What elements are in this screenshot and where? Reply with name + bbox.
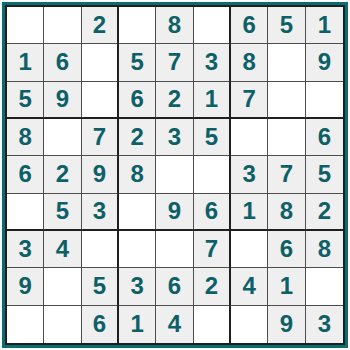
cell-r7c6[interactable]: 7 [194,231,231,268]
cell-r6c9[interactable]: 2 [306,194,343,231]
cell-r1c1[interactable] [7,7,44,44]
cell-r7c8[interactable]: 6 [268,231,305,268]
cell-r5c1[interactable]: 6 [7,156,44,193]
cell-r7c4[interactable] [119,231,156,268]
cell-r3c3[interactable] [82,82,119,119]
cell-r3c4[interactable]: 6 [119,82,156,119]
sudoku-board: 2865116573895962178723566298375539618234… [5,5,345,345]
cell-r3c9[interactable] [306,82,343,119]
cell-r8c9[interactable] [306,268,343,305]
cell-r7c9[interactable]: 8 [306,231,343,268]
cell-r9c1[interactable] [7,306,44,343]
cell-r4c8[interactable] [268,119,305,156]
cell-r4c3[interactable]: 7 [82,119,119,156]
cell-r9c2[interactable] [44,306,81,343]
cell-r2c5[interactable]: 7 [156,44,193,81]
cell-r7c5[interactable] [156,231,193,268]
cell-r9c4[interactable]: 1 [119,306,156,343]
cell-r6c6[interactable]: 6 [194,194,231,231]
cell-r6c5[interactable]: 9 [156,194,193,231]
cell-r9c7[interactable] [231,306,268,343]
cell-r4c9[interactable]: 6 [306,119,343,156]
cell-r5c4[interactable]: 8 [119,156,156,193]
cell-r2c1[interactable]: 1 [7,44,44,81]
sudoku-frame: 2865116573895962178723566298375539618234… [2,2,348,348]
cell-r5c9[interactable]: 5 [306,156,343,193]
cell-r3c6[interactable]: 1 [194,82,231,119]
cell-r3c8[interactable] [268,82,305,119]
cell-r1c7[interactable]: 6 [231,7,268,44]
cell-r8c6[interactable]: 2 [194,268,231,305]
cell-r8c5[interactable]: 6 [156,268,193,305]
cell-r6c3[interactable]: 3 [82,194,119,231]
cell-r6c7[interactable]: 1 [231,194,268,231]
cell-r1c9[interactable]: 1 [306,7,343,44]
cell-r3c5[interactable]: 2 [156,82,193,119]
cell-r6c1[interactable] [7,194,44,231]
cell-r5c5[interactable] [156,156,193,193]
cell-r1c8[interactable]: 5 [268,7,305,44]
cell-r2c9[interactable]: 9 [306,44,343,81]
cell-r7c2[interactable]: 4 [44,231,81,268]
cell-r2c4[interactable]: 5 [119,44,156,81]
cell-r1c3[interactable]: 2 [82,7,119,44]
cell-r9c6[interactable] [194,306,231,343]
cell-r7c3[interactable] [82,231,119,268]
cell-r4c7[interactable] [231,119,268,156]
cell-r6c4[interactable] [119,194,156,231]
cell-r3c7[interactable]: 7 [231,82,268,119]
cell-r7c1[interactable]: 3 [7,231,44,268]
cell-r7c7[interactable] [231,231,268,268]
cell-r8c3[interactable]: 5 [82,268,119,305]
cell-r4c5[interactable]: 3 [156,119,193,156]
cell-r1c5[interactable]: 8 [156,7,193,44]
cell-r2c8[interactable] [268,44,305,81]
cell-r5c8[interactable]: 7 [268,156,305,193]
cell-r2c2[interactable]: 6 [44,44,81,81]
cell-r5c6[interactable] [194,156,231,193]
cell-r4c1[interactable]: 8 [7,119,44,156]
cell-r9c9[interactable]: 3 [306,306,343,343]
cell-r5c7[interactable]: 3 [231,156,268,193]
cell-r5c3[interactable]: 9 [82,156,119,193]
cell-r8c2[interactable] [44,268,81,305]
cell-r5c2[interactable]: 2 [44,156,81,193]
cell-r1c2[interactable] [44,7,81,44]
cell-r1c4[interactable] [119,7,156,44]
cell-r6c8[interactable]: 8 [268,194,305,231]
cell-r6c2[interactable]: 5 [44,194,81,231]
cell-r9c3[interactable]: 6 [82,306,119,343]
cell-r3c2[interactable]: 9 [44,82,81,119]
cell-r2c7[interactable]: 8 [231,44,268,81]
cell-r9c8[interactable]: 9 [268,306,305,343]
cell-r4c2[interactable] [44,119,81,156]
cell-r8c4[interactable]: 3 [119,268,156,305]
cell-r8c1[interactable]: 9 [7,268,44,305]
cell-r8c8[interactable]: 1 [268,268,305,305]
cell-r8c7[interactable]: 4 [231,268,268,305]
cell-r2c6[interactable]: 3 [194,44,231,81]
cell-r1c6[interactable] [194,7,231,44]
cell-r4c4[interactable]: 2 [119,119,156,156]
cell-r9c5[interactable]: 4 [156,306,193,343]
cell-r3c1[interactable]: 5 [7,82,44,119]
cell-r4c6[interactable]: 5 [194,119,231,156]
cell-r2c3[interactable] [82,44,119,81]
